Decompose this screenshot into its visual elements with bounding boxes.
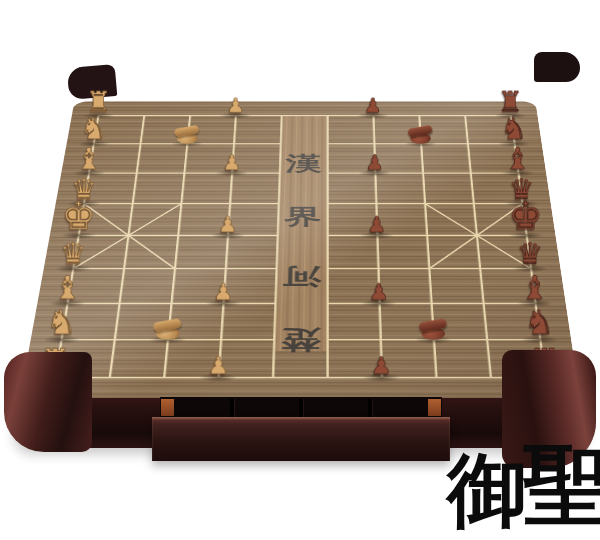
intersection bbox=[115, 130, 166, 159]
intersection bbox=[147, 252, 201, 286]
piece-light-cannon[interactable] bbox=[172, 122, 201, 144]
intersection: ♟ bbox=[351, 158, 400, 188]
piece-red-cannon[interactable] bbox=[406, 122, 435, 144]
piece-red-horse[interactable]: ♞ bbox=[525, 306, 555, 340]
intersection bbox=[101, 219, 155, 252]
intersection bbox=[304, 130, 351, 159]
intersection bbox=[139, 321, 196, 358]
intersection: ♟ bbox=[211, 102, 259, 130]
intersection bbox=[401, 219, 453, 252]
piece-red-soldier[interactable]: ♟ bbox=[367, 214, 386, 236]
intersection bbox=[408, 358, 465, 397]
brand-calligraphy-right: 聖 bbox=[523, 442, 600, 528]
intersection bbox=[456, 286, 511, 321]
intersection bbox=[448, 188, 500, 219]
piece-light-soldier[interactable]: ♟ bbox=[213, 281, 233, 304]
intersection bbox=[151, 219, 204, 252]
intersection bbox=[90, 286, 147, 321]
corner-post-near-left bbox=[4, 352, 92, 452]
intersection bbox=[256, 130, 304, 159]
piece-red-soldier[interactable]: ♟ bbox=[364, 96, 382, 116]
intersection bbox=[110, 158, 162, 188]
piece-red-horse[interactable]: ♞ bbox=[501, 114, 528, 144]
pieces-layer: ♜♟♟♜♞♞♝♟♟♝♛♛♚♟♟♚♛♛♝♟♟♝♞♞♜♟♟♜ bbox=[24, 102, 575, 397]
intersection bbox=[303, 188, 352, 219]
piece-light-cannon[interactable] bbox=[151, 315, 184, 340]
intersection bbox=[248, 286, 301, 321]
intersection bbox=[253, 188, 303, 219]
xiangqi-board: 漢 界 河 楚 ♜♟♟♜♞♞♝♟♟♝♛♛♚♟♟♚♛♛♝♟♟♝♞♞♜♟♟♜ bbox=[20, 102, 580, 398]
piece-light-elephant[interactable]: ♝ bbox=[53, 271, 82, 303]
intersection bbox=[252, 219, 303, 252]
board-scene: 漢 界 河 楚 ♜♟♟♜♞♞♝♟♟♝♛♛♚♟♟♚♛♛♝♟♟♝♞♞♜♟♟♜ bbox=[20, 0, 580, 398]
intersection bbox=[158, 158, 209, 188]
piece-red-elephant[interactable]: ♝ bbox=[521, 271, 550, 303]
piece-light-soldier[interactable]: ♟ bbox=[227, 96, 245, 116]
piece-light-king[interactable]: ♚ bbox=[61, 198, 95, 236]
intersection bbox=[85, 321, 143, 358]
brand-calligraphy-left: 御 bbox=[447, 450, 527, 530]
drawer-divider bbox=[230, 399, 234, 417]
piece-red-king[interactable]: ♚ bbox=[509, 198, 543, 236]
intersection bbox=[250, 252, 302, 286]
piece-light-advisor[interactable]: ♛ bbox=[60, 239, 86, 269]
intersection bbox=[443, 130, 493, 159]
intersection bbox=[450, 219, 503, 252]
intersection bbox=[155, 188, 207, 219]
intersection: ♟ bbox=[201, 219, 253, 252]
intersection: ♟ bbox=[207, 158, 257, 188]
piece-light-soldier[interactable]: ♟ bbox=[218, 214, 237, 236]
drawer-divider bbox=[368, 399, 372, 417]
piece-red-cannon[interactable] bbox=[417, 315, 450, 340]
piece-light-horse[interactable]: ♞ bbox=[46, 306, 76, 340]
intersection: ♟ bbox=[350, 102, 397, 130]
intersection: ♟ bbox=[352, 219, 403, 252]
drawer-opening bbox=[160, 397, 442, 419]
intersection bbox=[244, 358, 300, 397]
intersection bbox=[162, 130, 212, 159]
product-photo: 漢 界 河 楚 ♜♟♟♜♞♞♝♟♟♝♛♛♚♟♟♚♛♛♝♟♟♝♞♞♜♟♟♜ 御 聖 bbox=[0, 0, 600, 540]
intersection bbox=[406, 321, 462, 358]
intersection bbox=[246, 321, 300, 358]
intersection bbox=[398, 158, 448, 188]
piece-red-soldier[interactable]: ♟ bbox=[369, 281, 389, 304]
intersection bbox=[304, 102, 350, 130]
piece-red-soldier[interactable]: ♟ bbox=[371, 354, 392, 378]
intersection bbox=[403, 252, 456, 286]
intersection bbox=[441, 102, 490, 130]
drawer-divider bbox=[299, 399, 303, 417]
intersection bbox=[255, 158, 304, 188]
intersection: ♟ bbox=[353, 286, 406, 321]
piece-light-elephant[interactable]: ♝ bbox=[75, 144, 101, 173]
intersection bbox=[301, 286, 354, 321]
intersection bbox=[302, 219, 352, 252]
drawer-rail-right bbox=[428, 399, 441, 416]
storage-drawer bbox=[152, 417, 450, 461]
piece-red-soldier[interactable]: ♟ bbox=[366, 152, 385, 173]
intersection bbox=[453, 252, 507, 286]
intersection bbox=[299, 358, 354, 397]
intersection: ♟ bbox=[354, 358, 410, 397]
intersection bbox=[96, 252, 151, 286]
drawer-rail-left bbox=[161, 399, 174, 416]
intersection bbox=[106, 188, 159, 219]
intersection bbox=[445, 158, 496, 188]
piece-red-advisor[interactable]: ♛ bbox=[517, 239, 543, 269]
intersection bbox=[399, 188, 450, 219]
intersection bbox=[397, 130, 446, 159]
intersection bbox=[303, 158, 351, 188]
piece-light-soldier[interactable]: ♟ bbox=[222, 152, 241, 173]
piece-light-horse[interactable]: ♞ bbox=[80, 114, 107, 144]
intersection bbox=[119, 102, 168, 130]
intersection: ♟ bbox=[196, 286, 250, 321]
piece-red-elephant[interactable]: ♝ bbox=[505, 144, 531, 173]
intersection: ♟ bbox=[189, 358, 246, 397]
piece-light-soldier[interactable]: ♟ bbox=[208, 354, 229, 378]
intersection bbox=[300, 321, 354, 358]
intersection bbox=[301, 252, 352, 286]
intersection bbox=[134, 358, 192, 397]
intersection bbox=[258, 102, 305, 130]
